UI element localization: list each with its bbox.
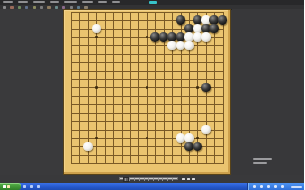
tray-icon[interactable] bbox=[260, 185, 263, 188]
star-point bbox=[95, 86, 97, 88]
black-stone[interactable]: ● bbox=[201, 83, 211, 93]
star-point bbox=[95, 36, 97, 38]
white-stone[interactable]: ○ bbox=[83, 142, 93, 152]
system-tray[interactable] bbox=[247, 183, 304, 190]
quick-launch-icon[interactable] bbox=[30, 185, 33, 188]
slider-tick bbox=[162, 178, 163, 181]
taskbar bbox=[0, 183, 304, 190]
white-stone[interactable]: ○ bbox=[92, 24, 102, 34]
slider-tick bbox=[148, 178, 149, 181]
menu-item[interactable] bbox=[98, 1, 107, 3]
grid-line-horizontal bbox=[71, 163, 224, 164]
move-navigation-slider[interactable] bbox=[119, 177, 178, 180]
quick-launch-icon[interactable] bbox=[23, 185, 26, 188]
go-board[interactable]: ●●○●●○●○●●●●●●○○○○○○●○○○○●● bbox=[63, 9, 232, 175]
desktop-screen: ●●○●●○●○●●●●●●○○○○○○●○○○○●● bbox=[0, 0, 304, 190]
panel-mark bbox=[253, 162, 267, 164]
slider-tick bbox=[172, 178, 173, 181]
slider-tick bbox=[158, 178, 159, 181]
black-stone[interactable]: ● bbox=[218, 15, 228, 25]
slider-tick bbox=[134, 178, 135, 181]
white-stone[interactable]: ○ bbox=[201, 32, 211, 42]
move-counter-text bbox=[182, 178, 185, 180]
black-stone[interactable]: ● bbox=[193, 142, 203, 152]
windows-logo-icon bbox=[3, 185, 6, 188]
menu-item[interactable] bbox=[18, 1, 28, 3]
star-point bbox=[196, 86, 198, 88]
start-button[interactable] bbox=[0, 183, 21, 190]
black-stone[interactable]: ● bbox=[209, 24, 219, 34]
grid-line-horizontal bbox=[71, 121, 224, 122]
white-stone[interactable]: ○ bbox=[184, 41, 194, 51]
move-counter-text bbox=[187, 178, 190, 180]
slider-tick bbox=[153, 178, 154, 181]
tray-icon[interactable] bbox=[267, 185, 270, 188]
menu-accent-icon[interactable] bbox=[149, 1, 157, 4]
menu-item[interactable] bbox=[33, 1, 45, 3]
clock bbox=[291, 186, 302, 188]
move-counter-text bbox=[192, 178, 195, 180]
star-point bbox=[196, 137, 198, 139]
white-stone[interactable]: ○ bbox=[201, 125, 211, 135]
grid-line-vertical bbox=[223, 12, 224, 165]
right-panel bbox=[232, 9, 305, 175]
slider-tick bbox=[167, 178, 168, 181]
slider-tick bbox=[139, 178, 140, 181]
slider-tick bbox=[129, 178, 130, 181]
panel-mark bbox=[253, 158, 272, 160]
tray-icon[interactable] bbox=[274, 185, 277, 188]
grid-line-horizontal bbox=[71, 96, 224, 97]
menu-item[interactable] bbox=[50, 1, 59, 3]
menu-item[interactable] bbox=[64, 1, 77, 3]
star-point bbox=[95, 137, 97, 139]
star-point bbox=[146, 86, 148, 88]
tray-icon[interactable] bbox=[281, 185, 284, 188]
tray-icon[interactable] bbox=[253, 185, 256, 188]
slider-tick bbox=[144, 178, 145, 181]
grid-line-horizontal bbox=[71, 104, 224, 105]
quick-launch-icon[interactable] bbox=[37, 185, 40, 188]
left-panel bbox=[0, 9, 63, 175]
grid-line-horizontal bbox=[71, 155, 224, 156]
menu-item[interactable] bbox=[3, 1, 13, 3]
menu-item[interactable] bbox=[112, 1, 120, 3]
bottom-strip bbox=[0, 175, 304, 184]
grid-line-horizontal bbox=[71, 113, 224, 114]
menu-item[interactable] bbox=[82, 1, 93, 3]
board-grid[interactable]: ●●○●●○●○●●●●●●○○○○○○●○○○○●● bbox=[71, 12, 224, 165]
grid-line-vertical bbox=[214, 12, 215, 165]
black-stone[interactable]: ● bbox=[176, 15, 186, 25]
slider-tick bbox=[125, 178, 126, 181]
